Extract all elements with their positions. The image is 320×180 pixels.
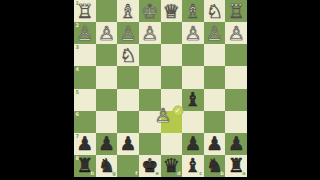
file-label-d: d (177, 171, 181, 176)
square-g7[interactable]: ♟ (96, 133, 118, 155)
square-a2[interactable]: ♙ (225, 22, 247, 44)
square-c2[interactable]: ♙ (182, 22, 204, 44)
square-f7[interactable]: ♟ (117, 133, 139, 155)
white-pawn-e2: ♙ (141, 23, 158, 42)
square-d3[interactable] (161, 44, 183, 66)
white-knight-f3: ♘ (120, 45, 137, 64)
square-d6[interactable] (161, 111, 183, 133)
file-label-e: e (156, 171, 159, 176)
rank-label-6: 6 (76, 112, 79, 117)
black-queen-d8: ♛ (163, 156, 180, 175)
square-g8[interactable]: g♞ (96, 155, 118, 177)
rank-label-4: 4 (76, 67, 79, 72)
square-g1[interactable] (96, 0, 118, 22)
black-knight-b8: ♞ (206, 156, 223, 175)
black-bishop-c8: ♝ (184, 156, 201, 175)
square-d5[interactable] (161, 89, 183, 111)
rank-label-2: 2 (76, 23, 79, 28)
square-g5[interactable] (96, 89, 118, 111)
square-a1[interactable]: ♖ (225, 0, 247, 22)
white-pawn-a2: ♙ (228, 23, 245, 42)
rank-label-3: 3 (76, 45, 79, 50)
white-pawn-c2: ♙ (184, 23, 201, 42)
square-c5[interactable]: ♝ (182, 89, 204, 111)
square-h5[interactable]: 5 (74, 89, 96, 111)
white-pawn-g2: ♙ (98, 23, 115, 42)
square-d7[interactable] (161, 133, 183, 155)
letterbox-left (0, 0, 74, 180)
square-c1[interactable]: ♗ (182, 0, 204, 22)
square-b5[interactable] (204, 89, 226, 111)
square-g2[interactable]: ♙ (96, 22, 118, 44)
square-f2[interactable]: ♙ (117, 22, 139, 44)
square-g4[interactable] (96, 66, 118, 88)
square-e8[interactable]: e♚ (139, 155, 161, 177)
black-king-e8: ♚ (141, 156, 158, 175)
letterbox-right (247, 0, 320, 180)
square-f4[interactable] (117, 66, 139, 88)
rank-label-5: 5 (76, 90, 79, 95)
square-f3[interactable]: ♘ (117, 44, 139, 66)
white-bishop-f1: ♗ (120, 1, 137, 20)
black-pawn-b7: ♟ (206, 134, 223, 153)
rank-label-1: 1 (76, 1, 79, 6)
square-d4[interactable] (161, 66, 183, 88)
file-label-g: g (112, 171, 116, 176)
rank-label-7: 7 (76, 134, 79, 139)
video-frame: 1♖♗♔♕♗♘♖2♙♙♙♙♙♙♙3♘45♝67♟♟♟♟♟♟8h♜g♞fe♚d♛c… (0, 0, 320, 180)
black-rook-h8: ♜ (76, 156, 93, 175)
square-a4[interactable] (225, 66, 247, 88)
file-label-b: b (220, 171, 224, 176)
square-c3[interactable] (182, 44, 204, 66)
file-label-a: a (242, 171, 245, 176)
white-knight-b1: ♘ (206, 1, 223, 20)
file-label-f: f (135, 171, 137, 176)
black-bishop-c5: ♝ (184, 90, 201, 109)
square-b8[interactable]: b♞ (204, 155, 226, 177)
chess-board: 1♖♗♔♕♗♘♖2♙♙♙♙♙♙♙3♘45♝67♟♟♟♟♟♟8h♜g♞fe♚d♛c… (74, 0, 247, 177)
square-c7[interactable]: ♟ (182, 133, 204, 155)
square-h2[interactable]: 2♙ (74, 22, 96, 44)
square-h7[interactable]: 7♟ (74, 133, 96, 155)
square-h6[interactable]: 6 (74, 111, 96, 133)
square-h8[interactable]: 8h♜ (74, 155, 96, 177)
square-c6[interactable] (182, 111, 204, 133)
white-bishop-c1: ♗ (184, 1, 201, 20)
file-label-h: h (91, 171, 95, 176)
black-rook-a8: ♜ (228, 156, 245, 175)
square-f5[interactable] (117, 89, 139, 111)
square-h3[interactable]: 3 (74, 44, 96, 66)
square-a6[interactable] (225, 111, 247, 133)
square-b2[interactable]: ♙ (204, 22, 226, 44)
white-king-e1: ♔ (141, 1, 158, 20)
black-pawn-a7: ♟ (228, 134, 245, 153)
black-pawn-f7: ♟ (120, 134, 137, 153)
square-e3[interactable] (139, 44, 161, 66)
square-e7[interactable] (139, 133, 161, 155)
square-d1[interactable]: ♕ (161, 0, 183, 22)
square-f1[interactable]: ♗ (117, 0, 139, 22)
square-g3[interactable] (96, 44, 118, 66)
rank-label-8: 8 (76, 156, 79, 161)
square-e4[interactable] (139, 66, 161, 88)
square-c8[interactable]: c♝ (182, 155, 204, 177)
square-e1[interactable]: ♔ (139, 0, 161, 22)
square-c4[interactable] (182, 66, 204, 88)
square-a5[interactable] (225, 89, 247, 111)
file-label-c: c (199, 171, 202, 176)
square-g6[interactable] (96, 111, 118, 133)
square-a8[interactable]: a♜ (225, 155, 247, 177)
white-queen-d1: ♕ (163, 1, 180, 20)
square-b3[interactable] (204, 44, 226, 66)
square-d2[interactable] (161, 22, 183, 44)
square-h1[interactable]: 1♖ (74, 0, 96, 22)
square-b4[interactable] (204, 66, 226, 88)
square-h4[interactable]: 4 (74, 66, 96, 88)
black-pawn-g7: ♟ (98, 134, 115, 153)
square-b1[interactable]: ♘ (204, 0, 226, 22)
square-a7[interactable]: ♟ (225, 133, 247, 155)
square-e2[interactable]: ♙ (139, 22, 161, 44)
square-b7[interactable]: ♟ (204, 133, 226, 155)
square-a3[interactable] (225, 44, 247, 66)
square-d8[interactable]: d♛ (161, 155, 183, 177)
square-e6[interactable] (139, 111, 161, 133)
square-f6[interactable] (117, 111, 139, 133)
white-pawn-f2: ♙ (120, 23, 137, 42)
black-pawn-h7: ♟ (76, 134, 93, 153)
black-knight-g8: ♞ (98, 156, 115, 175)
square-e5[interactable] (139, 89, 161, 111)
white-pawn-b2: ♙ (206, 23, 223, 42)
white-pawn-h2: ♙ (76, 23, 93, 42)
square-f8[interactable]: f (117, 155, 139, 177)
white-rook-h1: ♖ (76, 1, 93, 20)
white-rook-a1: ♖ (228, 1, 245, 20)
black-pawn-c7: ♟ (184, 134, 201, 153)
square-b6[interactable] (204, 111, 226, 133)
